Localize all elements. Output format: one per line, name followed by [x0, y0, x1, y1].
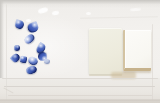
gemstone: [14, 45, 20, 51]
fold-line: [6, 4, 7, 100]
gemstone-parcel-photo: [0, 0, 160, 103]
gemstone: [19, 55, 27, 63]
white-card: [123, 30, 151, 71]
glare-spot: [26, 19, 31, 22]
fold-line: [4, 86, 155, 87]
sleeve-top-edge: [0, 0, 160, 8]
ivory-gem-paper-packet: [89, 28, 122, 74]
fold-line: [2, 78, 158, 79]
sleeve-bottom-edge: [0, 99, 160, 103]
fold-line: [8, 95, 152, 96]
glare-spot: [86, 12, 91, 15]
fold-line: [152, 24, 153, 100]
